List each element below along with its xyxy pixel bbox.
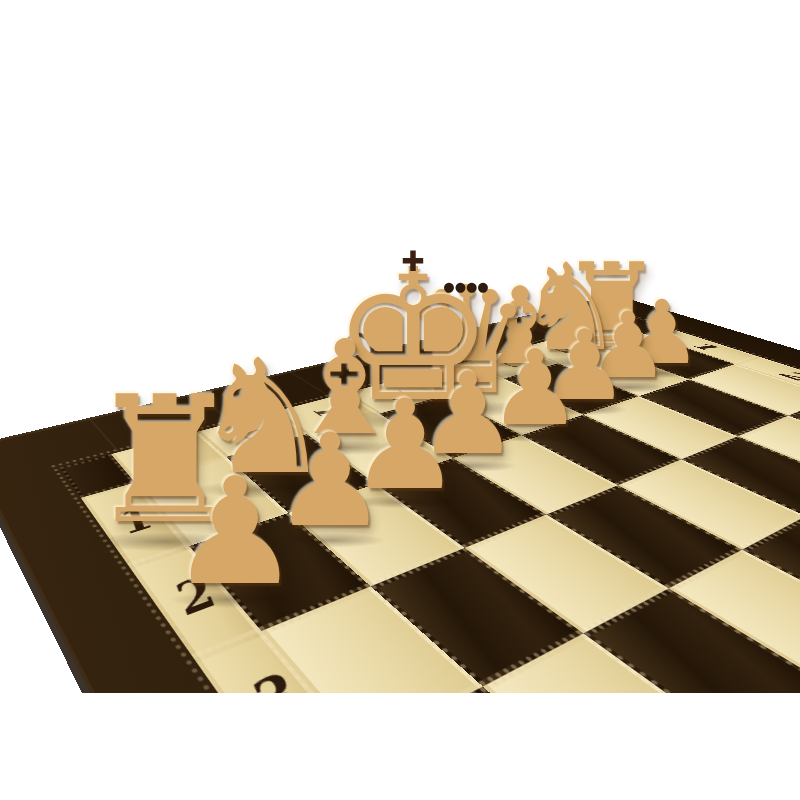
king-cross-finial: ✚ [401, 248, 424, 276]
piece-h2-white-pawn[interactable]: ♟ [169, 458, 302, 606]
photo-crop-band [0, 693, 800, 800]
chess-set-photo: HGFEDCBA11223344 ♜♞♝♚♛♝♞♜♟♟♟♟♟♟♟♟✚●●●● [0, 0, 800, 800]
queen-coronet-balls: ●●●● [443, 280, 488, 293]
